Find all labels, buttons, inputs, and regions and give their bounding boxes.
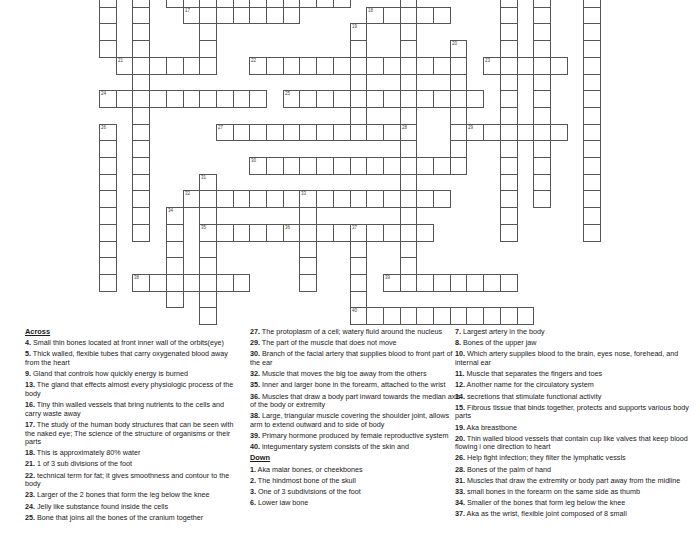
grid-cell[interactable]	[583, 74, 601, 91]
grid-cell[interactable]	[233, 274, 250, 292]
grid-cell[interactable]	[483, 307, 501, 325]
grid-cell[interactable]	[450, 74, 467, 91]
grid-cell[interactable]	[199, 57, 217, 75]
clue-number: 4.	[25, 338, 31, 347]
grid-cell[interactable]	[533, 140, 551, 158]
grid-cell[interactable]	[500, 140, 518, 158]
grid-cell[interactable]	[500, 107, 518, 125]
grid-cell[interactable]	[233, 7, 250, 24]
grid-cell[interactable]	[500, 157, 518, 175]
cell-number: 25	[285, 91, 290, 96]
grid-cell[interactable]: 34	[166, 207, 184, 225]
grid-cell[interactable]: 18	[366, 7, 384, 24]
clue-down-1: 1. Aka malar bones, or cheekbones	[250, 466, 461, 475]
grid-cell[interactable]	[233, 224, 250, 242]
grid-cell[interactable]	[533, 7, 551, 24]
grid-cell[interactable]: 39	[383, 274, 401, 292]
clue-column-down: 7. Largest artery in the body8. Bones of…	[455, 328, 695, 522]
grid-cell[interactable]	[433, 274, 451, 292]
grid-cell[interactable]	[99, 7, 117, 24]
grid-cell[interactable]	[416, 190, 434, 208]
grid-cell[interactable]	[183, 57, 200, 75]
grid-cell[interactable]	[416, 57, 434, 75]
grid-cell[interactable]: 38	[132, 274, 150, 292]
grid-cell[interactable]	[333, 0, 351, 8]
grid-cell[interactable]	[583, 140, 601, 158]
grid-cell[interactable]	[316, 224, 334, 242]
grid-cell[interactable]	[433, 7, 451, 24]
grid-cell[interactable]	[433, 57, 451, 75]
grid-cell[interactable]	[416, 90, 434, 108]
grid-cell[interactable]	[400, 207, 417, 225]
grid-cell[interactable]	[116, 90, 133, 108]
grid-cell[interactable]: 17	[183, 7, 200, 24]
grid-cell[interactable]	[199, 190, 217, 208]
grid-cell[interactable]	[99, 190, 117, 208]
grid-cell[interactable]	[400, 274, 417, 292]
clue-number: 38.	[250, 411, 260, 420]
grid-cell[interactable]	[533, 90, 551, 108]
grid-cell[interactable]	[333, 190, 351, 208]
grid-cell[interactable]	[299, 57, 317, 75]
grid-cell[interactable]	[500, 7, 518, 24]
grid-cell[interactable]	[583, 174, 601, 191]
grid-cell[interactable]	[350, 291, 367, 308]
grid-cell[interactable]	[166, 274, 184, 292]
grid-cell[interactable]	[450, 307, 467, 325]
grid-cell[interactable]: 22	[249, 57, 267, 75]
grid-cell[interactable]	[366, 307, 384, 325]
grid-cell[interactable]	[533, 174, 551, 191]
grid-cell[interactable]	[350, 257, 367, 275]
grid-cell[interactable]	[400, 157, 417, 175]
cell-number: 23	[485, 58, 490, 63]
grid-cell[interactable]	[400, 190, 417, 208]
grid-cell[interactable]	[383, 124, 401, 141]
grid-cell[interactable]	[500, 90, 518, 108]
grid-cell[interactable]	[132, 40, 150, 58]
grid-cell[interactable]	[283, 157, 300, 175]
grid-cell[interactable]: 26	[99, 124, 117, 141]
grid-cell[interactable]	[199, 7, 217, 24]
clue-across-24: 24. Jelly like substance found inside th…	[25, 503, 240, 512]
grid-cell[interactable]	[333, 124, 351, 141]
grid-cell[interactable]	[199, 23, 217, 41]
grid-cell[interactable]: 19	[350, 23, 367, 41]
clue-across-32: 32. Muscle that moves the big toe away f…	[250, 370, 461, 379]
grid-cell[interactable]	[199, 307, 217, 325]
grid-cell[interactable]	[183, 274, 200, 292]
grid-cell[interactable]: 32	[183, 190, 200, 208]
grid-cell[interactable]	[350, 124, 367, 141]
grid-cell[interactable]	[366, 124, 384, 141]
clue-number: 12.	[455, 380, 465, 389]
grid-cell[interactable]	[299, 124, 317, 141]
clue-down-8: 8. Bones of the upper jaw	[455, 339, 695, 348]
grid-cell[interactable]	[500, 274, 518, 292]
grid-cell[interactable]	[249, 124, 267, 141]
grid-cell[interactable]	[316, 0, 334, 8]
grid-cell[interactable]	[350, 40, 367, 58]
grid-cell[interactable]	[99, 224, 117, 242]
grid-cell[interactable]	[400, 224, 417, 242]
grid-cell[interactable]	[216, 274, 234, 292]
grid-cell[interactable]	[533, 124, 551, 141]
grid-cell[interactable]	[450, 107, 467, 125]
grid-cell[interactable]	[583, 40, 601, 58]
grid-cell[interactable]	[533, 107, 551, 125]
grid-cell[interactable]	[500, 74, 518, 91]
grid-cell[interactable]	[400, 174, 417, 191]
grid-cell[interactable]	[400, 23, 417, 41]
grid-cell[interactable]	[199, 257, 217, 275]
grid-cell[interactable]: 30	[249, 157, 267, 175]
grid-cell[interactable]	[132, 74, 150, 91]
grid-cell[interactable]: 36	[283, 224, 300, 242]
grid-cell[interactable]: 33	[299, 190, 317, 208]
clue-number: 11.	[455, 369, 465, 378]
grid-cell[interactable]	[149, 90, 167, 108]
cell-number: 20	[452, 41, 457, 46]
grid-cell[interactable]	[416, 224, 434, 242]
grid-cell[interactable]	[132, 23, 150, 41]
grid-cell[interactable]	[583, 90, 601, 108]
grid-cell[interactable]	[333, 224, 351, 242]
grid-cell[interactable]	[450, 140, 467, 158]
grid-cell[interactable]	[366, 157, 384, 175]
grid-cell[interactable]: 23	[483, 57, 501, 75]
grid-cell[interactable]	[299, 157, 317, 175]
grid-cell[interactable]	[166, 57, 184, 75]
grid-cell[interactable]: 35	[199, 224, 217, 242]
grid-cell[interactable]	[583, 190, 601, 208]
grid-cell[interactable]	[400, 74, 417, 91]
grid-cell[interactable]	[400, 257, 417, 275]
grid-cell[interactable]	[500, 207, 518, 225]
grid-cell[interactable]	[350, 157, 367, 175]
clue-down-33: 33. small bones in the forearm on the sa…	[455, 488, 695, 497]
grid-cell[interactable]	[132, 174, 150, 191]
grid-cell[interactable]	[283, 7, 300, 24]
grid-cell[interactable]	[99, 274, 117, 292]
grid-cell[interactable]: 27	[216, 124, 234, 141]
grid-cell[interactable]: 40	[350, 307, 367, 325]
grid-cell[interactable]	[366, 224, 384, 242]
grid-cell[interactable]	[132, 140, 150, 158]
grid-cell[interactable]	[366, 90, 384, 108]
grid-cell[interactable]	[483, 274, 501, 292]
grid-cell[interactable]	[149, 274, 167, 292]
grid-cell[interactable]	[99, 40, 117, 58]
clue-down-7: 7. Largest artery in the body	[455, 328, 695, 337]
grid-cell[interactable]	[583, 7, 601, 24]
grid-cell[interactable]	[350, 90, 367, 108]
grid-cell[interactable]	[400, 307, 417, 325]
clue-number: 9.	[25, 369, 31, 378]
grid-cell[interactable]	[583, 207, 601, 225]
grid-cell[interactable]	[366, 57, 384, 75]
grid-cell[interactable]	[500, 23, 518, 41]
grid-cell[interactable]	[533, 190, 551, 208]
grid-cell[interactable]	[99, 157, 117, 175]
grid-cell[interactable]	[533, 23, 551, 41]
grid-cell[interactable]	[199, 274, 217, 292]
grid-cell[interactable]	[350, 190, 367, 208]
clue-number: 33.	[455, 487, 465, 496]
grid-cell[interactable]	[99, 23, 117, 41]
grid-cell[interactable]	[99, 174, 117, 191]
cell-number: 19	[352, 24, 357, 29]
grid-cell[interactable]	[416, 157, 434, 175]
grid-cell[interactable]	[333, 157, 351, 175]
clue-number: 30.	[250, 349, 260, 358]
down-clues-part1: 1. Aka malar bones, or cheekbones2. The …	[250, 466, 461, 508]
grid-cell[interactable]	[383, 307, 401, 325]
grid-cell[interactable]	[199, 291, 217, 308]
grid-cell[interactable]	[583, 57, 601, 75]
clue-down-14: 14. secretions that stimulate functional…	[455, 393, 695, 402]
clue-across-27: 27. The protoplasm of a cell; watery flu…	[250, 328, 461, 337]
grid-cell[interactable]	[533, 57, 551, 75]
grid-cell[interactable]	[233, 190, 250, 208]
grid-cell[interactable]	[383, 7, 401, 24]
grid-cell[interactable]	[166, 90, 184, 108]
grid-cell[interactable]	[166, 241, 184, 258]
grid-cell[interactable]	[166, 0, 184, 8]
grid-cell[interactable]	[283, 190, 300, 208]
grid-cell[interactable]	[500, 174, 518, 191]
grid-cell[interactable]	[299, 0, 317, 8]
clue-number: 24.	[25, 502, 35, 511]
clue-number: 26.	[455, 453, 465, 462]
grid-cell[interactable]	[383, 157, 401, 175]
grid-cell[interactable]	[517, 57, 534, 75]
clue-across-40: 40. integumentary system consists of the…	[250, 443, 461, 452]
grid-cell[interactable]	[583, 124, 601, 141]
grid-cell[interactable]	[199, 207, 217, 225]
grid-cell[interactable]	[433, 157, 451, 175]
grid-cell[interactable]	[400, 57, 417, 75]
grid-cell[interactable]	[400, 90, 417, 108]
grid-cell[interactable]	[450, 90, 467, 108]
grid-cell[interactable]	[433, 90, 451, 108]
grid-cell[interactable]	[350, 107, 367, 125]
grid-cell[interactable]	[366, 190, 384, 208]
grid-cell[interactable]	[533, 157, 551, 175]
grid-cell[interactable]	[132, 107, 150, 125]
grid-cell[interactable]	[99, 241, 117, 258]
grid-cell[interactable]	[333, 90, 351, 108]
grid-cell[interactable]	[383, 90, 401, 108]
cell-number: 31	[201, 175, 206, 180]
grid-cell[interactable]: 25	[283, 90, 300, 108]
grid-cell[interactable]	[433, 190, 451, 208]
grid-cell[interactable]	[433, 307, 451, 325]
clue-down-26: 26. Help fight infection; they filter th…	[455, 454, 695, 463]
grid-cell[interactable]	[266, 57, 284, 75]
across-header: Across	[25, 328, 240, 337]
cell-number: 39	[385, 275, 390, 280]
grid-cell[interactable]	[316, 124, 334, 141]
crossword-grid[interactable]: 1718192021222324252627282930313233343536…	[0, 0, 700, 326]
grid-cell[interactable]	[216, 190, 234, 208]
cell-number: 36	[285, 225, 290, 230]
grid-cell[interactable]	[500, 307, 518, 325]
clue-down-31: 31. Muscles that draw the extremity or b…	[455, 477, 695, 486]
grid-cell[interactable]	[583, 107, 601, 125]
grid-cell[interactable]	[299, 257, 317, 275]
grid-cell[interactable]	[316, 190, 334, 208]
grid-cell[interactable]	[400, 140, 417, 158]
grid-cell[interactable]: 20	[450, 40, 467, 58]
grid-cell[interactable]	[316, 90, 334, 108]
grid-cell[interactable]	[533, 40, 551, 58]
grid-cell[interactable]	[166, 257, 184, 275]
grid-cell[interactable]	[99, 257, 117, 275]
grid-cell[interactable]	[199, 40, 217, 58]
grid-cell[interactable]	[383, 57, 401, 75]
grid-cell[interactable]	[249, 7, 267, 24]
clue-number: 7.	[455, 327, 461, 336]
clue-number: 10.	[455, 349, 465, 358]
grid-cell[interactable]	[466, 274, 484, 292]
cell-number: 35	[201, 225, 206, 230]
grid-cell[interactable]	[500, 224, 518, 242]
grid-cell[interactable]	[249, 224, 267, 242]
grid-cell[interactable]	[316, 57, 334, 75]
cell-number: 28	[402, 125, 407, 130]
clue-down-34: 34. Smaller of the bones that form leg b…	[455, 499, 695, 508]
grid-cell[interactable]	[166, 291, 184, 308]
clue-number: 21.	[25, 459, 35, 468]
grid-cell[interactable]	[266, 157, 284, 175]
grid-cell[interactable]	[249, 190, 267, 208]
grid-cell[interactable]	[416, 274, 434, 292]
grid-cell[interactable]	[583, 157, 601, 175]
cell-number: 17	[185, 8, 190, 13]
cell-number: 30	[251, 158, 256, 163]
grid-cell[interactable]	[450, 124, 467, 141]
clue-number: 19.	[455, 423, 465, 432]
grid-cell[interactable]	[450, 157, 467, 175]
grid-cell[interactable]	[500, 57, 518, 75]
grid-cell[interactable]	[466, 307, 484, 325]
clue-number: 16.	[25, 400, 35, 409]
grid-cell[interactable]	[400, 7, 417, 24]
grid-cell[interactable]	[483, 124, 501, 141]
grid-cell[interactable]: 31	[199, 174, 217, 191]
grid-cell[interactable]	[266, 7, 284, 24]
grid-cell[interactable]	[500, 124, 518, 141]
grid-cell[interactable]	[283, 124, 300, 141]
grid-cell[interactable]	[199, 90, 217, 108]
grid-cell[interactable]	[350, 74, 367, 91]
grid-cell[interactable]	[350, 57, 367, 75]
grid-cell[interactable]	[216, 7, 234, 24]
grid-cell[interactable]	[583, 23, 601, 41]
grid-cell[interactable]	[132, 190, 150, 208]
grid-cell[interactable]	[233, 124, 250, 141]
grid-cell[interactable]	[199, 241, 217, 258]
grid-cell[interactable]	[99, 207, 117, 225]
grid-cell[interactable]	[132, 57, 150, 75]
grid-cell[interactable]	[533, 74, 551, 91]
grid-cell[interactable]	[400, 40, 417, 58]
clue-down-3: 3. One of 3 subdivisions of the foot	[250, 488, 461, 497]
clue-number: 28.	[455, 465, 465, 474]
grid-cell[interactable]	[383, 224, 401, 242]
grid-cell[interactable]	[266, 190, 284, 208]
grid-cell[interactable]	[132, 207, 150, 225]
grid-cell[interactable]	[149, 57, 167, 75]
grid-cell[interactable]	[583, 224, 601, 242]
clue-across-23: 23. Larger of the 2 bones that form the …	[25, 491, 240, 500]
grid-cell[interactable]	[266, 224, 284, 242]
grid-cell[interactable]	[450, 57, 467, 75]
grid-cell[interactable]	[383, 190, 401, 208]
grid-cell[interactable]	[183, 90, 200, 108]
grid-cell[interactable]	[466, 90, 484, 108]
grid-cell[interactable]	[350, 241, 367, 258]
grid-cell[interactable]	[132, 7, 150, 24]
grid-cell[interactable]	[132, 124, 150, 141]
grid-cell[interactable]	[517, 124, 534, 141]
grid-cell[interactable]	[517, 307, 534, 325]
clue-across-21: 21. 1 of 3 sub divisions of the foot	[25, 460, 240, 469]
grid-cell[interactable]	[299, 274, 317, 292]
grid-cell[interactable]	[132, 224, 150, 242]
grid-cell[interactable]	[400, 241, 417, 258]
grid-cell[interactable]	[550, 57, 568, 75]
grid-cell[interactable]	[299, 224, 317, 242]
clue-number: 39.	[250, 431, 260, 440]
grid-cell[interactable]	[400, 107, 417, 125]
clue-down-12: 12. Another name for the circulatory sys…	[455, 381, 695, 390]
cell-number: 40	[352, 308, 357, 313]
grid-cell[interactable]	[99, 140, 117, 158]
grid-cell[interactable]: 28	[400, 124, 417, 141]
across-clues-part1: 4. Small thin bones located at front inn…	[25, 339, 240, 522]
grid-cell[interactable]	[500, 40, 518, 58]
grid-cell[interactable]	[216, 90, 234, 108]
grid-cell[interactable]	[233, 90, 250, 108]
grid-cell[interactable]	[216, 224, 234, 242]
clue-number: 32.	[250, 369, 260, 378]
grid-cell[interactable]	[500, 190, 518, 208]
grid-cell[interactable]	[450, 274, 467, 292]
grid-cell[interactable]	[550, 124, 568, 141]
grid-cell[interactable]	[416, 7, 434, 24]
grid-cell[interactable]: 37	[350, 224, 367, 242]
grid-cell[interactable]	[333, 57, 351, 75]
grid-cell[interactable]	[283, 57, 300, 75]
grid-cell[interactable]: 21	[116, 57, 133, 75]
grid-cell[interactable]	[266, 124, 284, 141]
grid-cell[interactable]: 24	[99, 90, 117, 108]
grid-cell[interactable]	[299, 90, 317, 108]
grid-cell[interactable]	[416, 307, 434, 325]
grid-cell[interactable]	[299, 207, 317, 225]
grid-cell[interactable]	[132, 90, 150, 108]
grid-cell[interactable]	[350, 274, 367, 292]
grid-cell[interactable]: 29	[466, 124, 484, 141]
clue-number: 31.	[455, 476, 465, 485]
grid-cell[interactable]	[249, 90, 267, 108]
grid-cell[interactable]	[166, 224, 184, 242]
grid-cell[interactable]	[132, 157, 150, 175]
grid-cell[interactable]	[299, 241, 317, 258]
grid-cell[interactable]	[316, 157, 334, 175]
